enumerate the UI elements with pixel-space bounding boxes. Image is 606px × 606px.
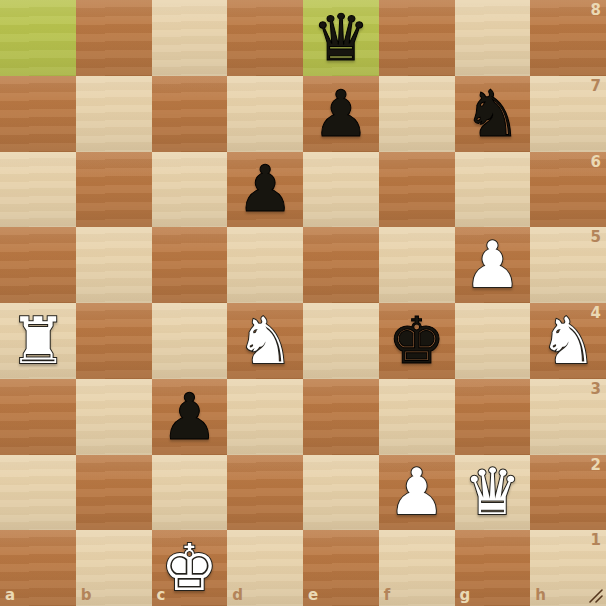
square-h8[interactable]: 8 xyxy=(530,0,606,76)
black-pawn[interactable]: ♟ xyxy=(227,152,303,228)
square-f4[interactable]: ♚ xyxy=(379,303,455,379)
square-b7[interactable] xyxy=(76,76,152,152)
square-a6[interactable] xyxy=(0,152,76,228)
file-label-b: b xyxy=(81,588,92,603)
square-f5[interactable] xyxy=(379,227,455,303)
rank-label-7: 7 xyxy=(591,79,601,94)
square-e3[interactable] xyxy=(303,379,379,455)
file-label-a: a xyxy=(5,588,15,603)
chess-board: ♛8♟♞7♟6♟5♜♞♚4♞♟3♟♛2abc♚defg1h xyxy=(0,0,606,606)
black-king[interactable]: ♚ xyxy=(379,303,455,379)
square-b8[interactable] xyxy=(76,0,152,76)
square-e1[interactable]: e xyxy=(303,530,379,606)
square-d7[interactable] xyxy=(227,76,303,152)
square-e7[interactable]: ♟ xyxy=(303,76,379,152)
square-b5[interactable] xyxy=(76,227,152,303)
rank-label-3: 3 xyxy=(591,382,601,397)
square-f7[interactable] xyxy=(379,76,455,152)
square-c3[interactable]: ♟ xyxy=(152,379,228,455)
square-h2[interactable]: 2 xyxy=(530,455,606,531)
square-a1[interactable]: a xyxy=(0,530,76,606)
square-e8[interactable]: ♛ xyxy=(303,0,379,76)
square-f8[interactable] xyxy=(379,0,455,76)
square-b3[interactable] xyxy=(76,379,152,455)
square-g5[interactable]: ♟ xyxy=(455,227,531,303)
square-c7[interactable] xyxy=(152,76,228,152)
black-queen[interactable]: ♛ xyxy=(303,0,379,76)
white-rook[interactable]: ♜ xyxy=(0,303,76,379)
square-g8[interactable] xyxy=(455,0,531,76)
square-d3[interactable] xyxy=(227,379,303,455)
file-label-d: d xyxy=(232,588,243,603)
white-knight[interactable]: ♞ xyxy=(227,303,303,379)
black-pawn[interactable]: ♟ xyxy=(303,76,379,152)
white-knight[interactable]: ♞ xyxy=(530,303,606,379)
square-f1[interactable]: f xyxy=(379,530,455,606)
square-g6[interactable] xyxy=(455,152,531,228)
square-e6[interactable] xyxy=(303,152,379,228)
square-a4[interactable]: ♜ xyxy=(0,303,76,379)
square-g4[interactable] xyxy=(455,303,531,379)
file-label-h: h xyxy=(535,588,546,603)
square-e2[interactable] xyxy=(303,455,379,531)
rank-label-2: 2 xyxy=(591,458,601,473)
square-h5[interactable]: 5 xyxy=(530,227,606,303)
black-knight[interactable]: ♞ xyxy=(455,76,531,152)
square-a2[interactable] xyxy=(0,455,76,531)
square-g3[interactable] xyxy=(455,379,531,455)
board-resize-handle-icon[interactable] xyxy=(587,587,603,603)
square-h6[interactable]: 6 xyxy=(530,152,606,228)
square-b6[interactable] xyxy=(76,152,152,228)
square-a7[interactable] xyxy=(0,76,76,152)
square-h7[interactable]: 7 xyxy=(530,76,606,152)
square-d4[interactable]: ♞ xyxy=(227,303,303,379)
file-label-e: e xyxy=(308,588,318,603)
square-d1[interactable]: d xyxy=(227,530,303,606)
rank-label-1: 1 xyxy=(591,533,601,548)
square-c8[interactable] xyxy=(152,0,228,76)
square-e5[interactable] xyxy=(303,227,379,303)
black-pawn[interactable]: ♟ xyxy=(152,379,228,455)
square-g1[interactable]: g xyxy=(455,530,531,606)
square-c1[interactable]: c♚ xyxy=(152,530,228,606)
square-e4[interactable] xyxy=(303,303,379,379)
square-b2[interactable] xyxy=(76,455,152,531)
square-a3[interactable] xyxy=(0,379,76,455)
square-f2[interactable]: ♟ xyxy=(379,455,455,531)
square-a5[interactable] xyxy=(0,227,76,303)
square-c6[interactable] xyxy=(152,152,228,228)
square-g7[interactable]: ♞ xyxy=(455,76,531,152)
chess-board-container: ♛8♟♞7♟6♟5♜♞♚4♞♟3♟♛2abc♚defg1h xyxy=(0,0,606,606)
square-b1[interactable]: b xyxy=(76,530,152,606)
square-f6[interactable] xyxy=(379,152,455,228)
square-c4[interactable] xyxy=(152,303,228,379)
white-pawn[interactable]: ♟ xyxy=(455,227,531,303)
square-h4[interactable]: 4♞ xyxy=(530,303,606,379)
square-a8[interactable] xyxy=(0,0,76,76)
white-pawn[interactable]: ♟ xyxy=(379,455,455,531)
file-label-g: g xyxy=(460,588,471,603)
rank-label-8: 8 xyxy=(591,3,601,18)
rank-label-5: 5 xyxy=(591,230,601,245)
square-c5[interactable] xyxy=(152,227,228,303)
square-g2[interactable]: ♛ xyxy=(455,455,531,531)
square-d8[interactable] xyxy=(227,0,303,76)
white-king[interactable]: ♚ xyxy=(152,530,228,606)
square-d5[interactable] xyxy=(227,227,303,303)
square-b4[interactable] xyxy=(76,303,152,379)
rank-label-6: 6 xyxy=(591,155,601,170)
square-d6[interactable]: ♟ xyxy=(227,152,303,228)
square-h3[interactable]: 3 xyxy=(530,379,606,455)
square-f3[interactable] xyxy=(379,379,455,455)
square-d2[interactable] xyxy=(227,455,303,531)
file-label-f: f xyxy=(384,588,391,603)
white-queen[interactable]: ♛ xyxy=(455,455,531,531)
square-c2[interactable] xyxy=(152,455,228,531)
